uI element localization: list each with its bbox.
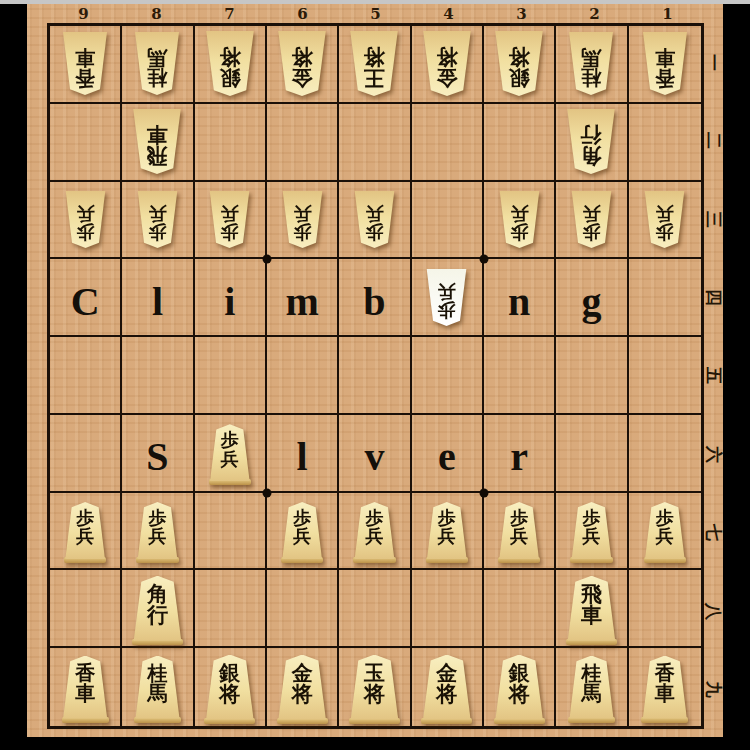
square-88[interactable]: 角行 (122, 570, 194, 648)
title-letter: r (510, 425, 528, 480)
square-95[interactable] (50, 337, 122, 415)
piece-sente-pawn[interactable]: 歩兵 (497, 502, 542, 559)
piece-gote-pawn[interactable]: 歩兵 (63, 191, 108, 248)
file-label-1: 1 (631, 4, 704, 23)
file-label-7: 7 (193, 4, 266, 23)
square-53[interactable]: 歩兵 (339, 182, 411, 260)
square-21[interactable]: 桂馬 (556, 26, 628, 104)
file-coordinate-labels: 987654321 (47, 4, 704, 23)
square-45[interactable] (412, 337, 484, 415)
piece-gote-gold[interactable]: 金将 (275, 31, 329, 96)
piece-sente-gold[interactable]: 金将 (420, 655, 474, 720)
square-58[interactable] (339, 570, 411, 648)
square-98[interactable] (50, 570, 122, 648)
square-12[interactable] (629, 104, 701, 182)
square-32[interactable] (484, 104, 556, 182)
piece-sente-gold[interactable]: 金将 (275, 655, 329, 720)
square-47[interactable]: 歩兵 (412, 493, 484, 571)
square-78[interactable] (195, 570, 267, 648)
square-22[interactable]: 角行 (556, 104, 628, 182)
file-label-4: 4 (412, 4, 485, 23)
square-23[interactable]: 歩兵 (556, 182, 628, 260)
piece-gote-pawn[interactable]: 歩兵 (352, 191, 397, 248)
square-65[interactable] (267, 337, 339, 415)
square-97[interactable]: 歩兵 (50, 493, 122, 571)
square-96[interactable] (50, 415, 122, 493)
square-27[interactable]: 歩兵 (556, 493, 628, 571)
square-61[interactable]: 金将 (267, 26, 339, 104)
square-19[interactable]: 香車 (629, 648, 701, 726)
square-87[interactable]: 歩兵 (122, 493, 194, 571)
piece-sente-pawn[interactable]: 歩兵 (135, 502, 180, 559)
piece-sente-pawn[interactable]: 歩兵 (424, 502, 469, 559)
rank-label-2: 二 (704, 101, 723, 179)
rank-label-6: 六 (704, 415, 723, 493)
square-26[interactable] (556, 415, 628, 493)
square-67[interactable]: 歩兵 (267, 493, 339, 571)
title-letter: g (581, 270, 601, 325)
rank-coordinate-labels: 一二三四五六七八九 (704, 23, 723, 729)
square-93[interactable]: 歩兵 (50, 182, 122, 260)
piece-sente-lance[interactable]: 香車 (640, 656, 690, 719)
square-77[interactable] (195, 493, 267, 571)
square-36[interactable]: r (484, 415, 556, 493)
square-55[interactable] (339, 337, 411, 415)
piece-gote-silver[interactable]: 銀将 (492, 31, 546, 96)
piece-sente-king[interactable]: 玉将 (347, 655, 401, 720)
title-letter: m (286, 270, 319, 325)
square-63[interactable]: 歩兵 (267, 182, 339, 260)
file-label-3: 3 (485, 4, 558, 23)
square-68[interactable] (267, 570, 339, 648)
piece-gote-gold[interactable]: 金将 (420, 31, 474, 96)
square-31[interactable]: 銀将 (484, 26, 556, 104)
title-letter: b (363, 270, 385, 325)
square-38[interactable] (484, 570, 556, 648)
rank-label-5: 五 (704, 337, 723, 415)
file-label-6: 6 (266, 4, 339, 23)
square-24[interactable]: g (556, 259, 628, 337)
piece-sente-pawn[interactable]: 歩兵 (63, 502, 108, 559)
square-94[interactable]: C (50, 259, 122, 337)
piece-gote-pawn[interactable]: 歩兵 (135, 191, 180, 248)
square-85[interactable] (122, 337, 194, 415)
file-label-5: 5 (339, 4, 412, 23)
square-92[interactable] (50, 104, 122, 182)
square-62[interactable] (267, 104, 339, 182)
square-57[interactable]: 歩兵 (339, 493, 411, 571)
square-11[interactable]: 香車 (629, 26, 701, 104)
square-44[interactable]: 歩兵 (412, 259, 484, 337)
square-48[interactable] (412, 570, 484, 648)
square-42[interactable] (412, 104, 484, 182)
square-75[interactable] (195, 337, 267, 415)
square-28[interactable]: 飛車 (556, 570, 628, 648)
piece-gote-pawn[interactable]: 歩兵 (642, 191, 687, 248)
square-72[interactable] (195, 104, 267, 182)
square-71[interactable]: 銀将 (195, 26, 267, 104)
square-43[interactable] (412, 182, 484, 260)
square-29[interactable]: 桂馬 (556, 648, 628, 726)
square-52[interactable] (339, 104, 411, 182)
square-16[interactable] (629, 415, 701, 493)
square-17[interactable]: 歩兵 (629, 493, 701, 571)
file-label-2: 2 (558, 4, 631, 23)
square-13[interactable]: 歩兵 (629, 182, 701, 260)
square-99[interactable]: 香車 (50, 648, 122, 726)
title-letter: e (438, 425, 456, 480)
piece-gote-lance[interactable]: 香車 (640, 32, 690, 95)
square-76[interactable]: 歩兵 (195, 415, 267, 493)
piece-gote-pawn[interactable]: 歩兵 (569, 191, 614, 248)
square-84[interactable]: l (122, 259, 194, 337)
square-18[interactable] (629, 570, 701, 648)
piece-gote-silver[interactable]: 銀将 (203, 31, 257, 96)
square-81[interactable]: 桂馬 (122, 26, 194, 104)
file-label-9: 9 (47, 4, 120, 23)
rank-label-7: 七 (704, 494, 723, 572)
square-91[interactable]: 香車 (50, 26, 122, 104)
rank-label-8: 八 (704, 572, 723, 650)
piece-gote-pawn[interactable]: 歩兵 (497, 191, 542, 248)
piece-sente-pawn[interactable]: 歩兵 (642, 502, 687, 559)
square-51[interactable]: 王将 (339, 26, 411, 104)
square-37[interactable]: 歩兵 (484, 493, 556, 571)
title-letter: v (364, 425, 384, 480)
piece-gote-lance[interactable]: 香車 (60, 32, 110, 95)
title-letter: n (508, 270, 530, 325)
piece-gote-bishop[interactable]: 角行 (564, 109, 618, 174)
piece-sente-rook[interactable]: 飛車 (564, 576, 618, 641)
square-86[interactable]: S (122, 415, 194, 493)
square-34[interactable]: n (484, 259, 556, 337)
square-73[interactable]: 歩兵 (195, 182, 267, 260)
piece-sente-bishop[interactable]: 角行 (130, 576, 184, 641)
piece-sente-lance[interactable]: 香車 (60, 656, 110, 719)
square-54[interactable]: b (339, 259, 411, 337)
square-59[interactable]: 玉将 (339, 648, 411, 726)
square-74[interactable]: i (195, 259, 267, 337)
square-35[interactable] (484, 337, 556, 415)
piece-sente-pawn[interactable]: 歩兵 (569, 502, 614, 559)
title-letter: l (152, 270, 163, 325)
square-46[interactable]: e (412, 415, 484, 493)
square-66[interactable]: l (267, 415, 339, 493)
square-69[interactable]: 金将 (267, 648, 339, 726)
piece-gote-pawn[interactable]: 歩兵 (207, 191, 252, 248)
title-letter: i (224, 270, 235, 325)
square-82[interactable]: 飛車 (122, 104, 194, 182)
square-64[interactable]: m (267, 259, 339, 337)
piece-sente-pawn[interactable]: 歩兵 (207, 424, 252, 481)
square-41[interactable]: 金将 (412, 26, 484, 104)
piece-sente-knight[interactable]: 桂馬 (132, 656, 182, 719)
square-33[interactable]: 歩兵 (484, 182, 556, 260)
title-letter: S (146, 425, 168, 480)
piece-gote-king[interactable]: 王将 (347, 31, 401, 96)
square-15[interactable] (629, 337, 701, 415)
title-letter: C (71, 270, 100, 325)
piece-gote-knight[interactable]: 桂馬 (132, 32, 182, 95)
title-letter: l (297, 425, 308, 480)
rank-label-9: 九 (704, 651, 723, 729)
square-56[interactable]: v (339, 415, 411, 493)
piece-gote-knight[interactable]: 桂馬 (566, 32, 616, 95)
rank-label-3: 三 (704, 180, 723, 258)
piece-sente-pawn[interactable]: 歩兵 (352, 502, 397, 559)
rank-label-1: 一 (704, 23, 723, 101)
piece-sente-silver[interactable]: 銀将 (203, 655, 257, 720)
square-83[interactable]: 歩兵 (122, 182, 194, 260)
square-89[interactable]: 桂馬 (122, 648, 194, 726)
piece-sente-knight[interactable]: 桂馬 (566, 656, 616, 719)
board-grid: 香車桂馬銀将金将王将金将銀将桂馬香車飛車角行歩兵歩兵歩兵歩兵歩兵歩兵歩兵歩兵Cl… (47, 23, 704, 729)
square-14[interactable] (629, 259, 701, 337)
rank-label-4: 四 (704, 258, 723, 336)
piece-gote-pawn[interactable]: 歩兵 (280, 191, 325, 248)
square-79[interactable]: 銀将 (195, 648, 267, 726)
square-49[interactable]: 金将 (412, 648, 484, 726)
square-25[interactable] (556, 337, 628, 415)
piece-gote-rook[interactable]: 飛車 (130, 109, 184, 174)
piece-gote-pawn[interactable]: 歩兵 (424, 269, 469, 326)
square-39[interactable]: 銀将 (484, 648, 556, 726)
piece-sente-silver[interactable]: 銀将 (492, 655, 546, 720)
piece-sente-pawn[interactable]: 歩兵 (280, 502, 325, 559)
shogi-board: 987654321 香車桂馬銀将金将王将金将銀将桂馬香車飛車角行歩兵歩兵歩兵歩兵… (27, 4, 723, 737)
file-label-8: 8 (120, 4, 193, 23)
